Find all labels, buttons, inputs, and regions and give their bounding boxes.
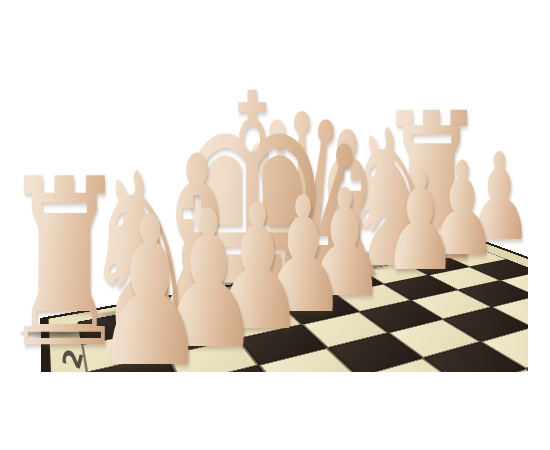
piece-white-pawn-a2: ♟ [465,137,528,258]
piece-shadow [95,309,188,323]
piece-shadow [274,299,332,307]
piece-shadow [113,350,187,361]
piece-shadow [439,244,486,251]
chess-set-product-photo: ♜♞♝♚♛♝♞♜♟♟♟♟♟♟♟♟ 2 [0,0,550,450]
piece-shadow [477,231,520,237]
piece-shadow [19,327,110,340]
photo-content: ♜♞♝♚♛♝♞♜♟♟♟♟♟♟♟♟ 2 [14,0,528,372]
piece-shadow [150,294,244,308]
